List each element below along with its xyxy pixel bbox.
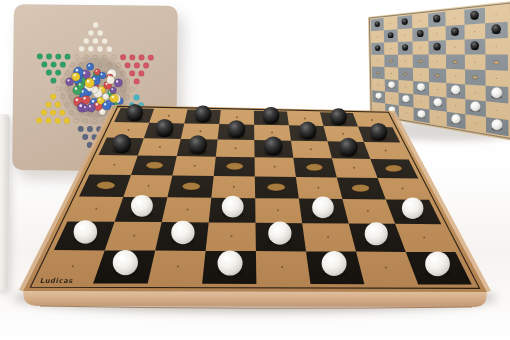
black-peg[interactable]	[299, 122, 317, 140]
black-peg	[417, 30, 424, 37]
black-peg	[388, 32, 394, 38]
white-ball[interactable]	[425, 252, 450, 277]
peg-hole[interactable]	[182, 183, 200, 191]
black-peg[interactable]	[330, 108, 347, 125]
black-peg	[402, 18, 408, 24]
white-ball	[451, 114, 460, 123]
white-ball	[417, 83, 425, 91]
white-ball[interactable]	[218, 251, 243, 276]
black-peg	[451, 27, 459, 35]
peg-hole[interactable]	[385, 165, 402, 172]
white-ball	[470, 101, 480, 111]
checkers-boards-layer: Ludicas	[0, 0, 510, 340]
black-peg	[491, 24, 500, 33]
peg-hole	[472, 76, 477, 79]
white-ball[interactable]	[322, 251, 347, 276]
white-ball[interactable]	[222, 196, 244, 218]
white-ball	[418, 110, 426, 118]
black-peg[interactable]	[339, 138, 358, 157]
black-peg[interactable]	[194, 105, 211, 122]
white-ball	[451, 85, 460, 94]
white-ball[interactable]	[312, 197, 334, 219]
peg-hole[interactable]	[226, 163, 243, 170]
white-ball	[388, 82, 395, 89]
peg-hole[interactable]	[306, 164, 323, 171]
black-peg[interactable]	[156, 119, 174, 137]
peg-hole	[494, 61, 500, 65]
peg-hole[interactable]	[267, 183, 285, 190]
peg-hole	[404, 73, 408, 75]
peg-hole	[435, 74, 439, 77]
black-peg	[375, 45, 380, 50]
black-peg[interactable]	[370, 123, 388, 141]
black-peg	[470, 11, 479, 20]
black-peg[interactable]	[262, 107, 279, 124]
black-peg[interactable]	[112, 134, 131, 153]
white-ball[interactable]	[402, 197, 423, 218]
black-peg[interactable]	[227, 120, 245, 138]
peg-hole	[389, 60, 393, 62]
white-ball[interactable]	[268, 222, 291, 245]
white-ball[interactable]	[131, 195, 153, 217]
white-ball	[491, 87, 502, 98]
black-peg[interactable]	[264, 136, 283, 155]
white-ball	[402, 95, 409, 102]
peg-hole[interactable]	[97, 182, 115, 190]
black-peg	[433, 15, 440, 22]
black-peg	[402, 44, 408, 50]
white-ball[interactable]	[113, 250, 138, 275]
white-ball	[434, 98, 442, 106]
white-ball[interactable]	[365, 222, 388, 245]
black-peg[interactable]	[126, 104, 143, 121]
brand-logo: Ludicas	[40, 277, 74, 285]
black-peg[interactable]	[188, 135, 207, 154]
white-ball[interactable]	[171, 221, 194, 244]
peg-hole[interactable]	[146, 162, 163, 169]
peg-hole[interactable]	[352, 184, 370, 191]
black-peg	[433, 43, 440, 50]
peg-hole	[453, 60, 458, 63]
white-ball	[492, 119, 503, 130]
white-ball	[376, 93, 382, 99]
black-peg	[375, 21, 380, 26]
peg-hole	[419, 60, 423, 62]
white-ball[interactable]	[74, 220, 97, 243]
black-peg	[470, 41, 479, 50]
product-photo-scene: Ludicas	[0, 0, 510, 340]
peg-hole	[376, 72, 379, 74]
